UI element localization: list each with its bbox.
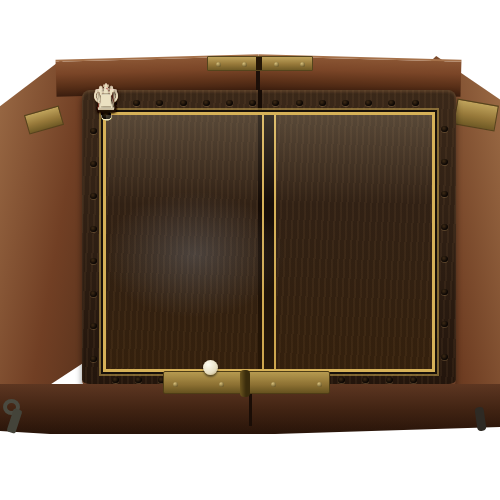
frame-peg-hole xyxy=(112,377,119,383)
screw-icon xyxy=(173,382,178,387)
frame-peg-hole xyxy=(441,191,448,197)
frame-peg-hole xyxy=(342,100,349,106)
bone-rook[interactable]: ♜ xyxy=(94,87,118,114)
frame-peg-hole xyxy=(272,100,279,106)
bone-knob[interactable] xyxy=(203,360,218,375)
frame-peg-hole xyxy=(90,161,97,167)
frame-peg-hole xyxy=(441,321,448,327)
frame-peg-hole xyxy=(338,377,345,383)
frame-peg-hole xyxy=(319,100,326,106)
frame-peg-hole xyxy=(249,100,256,106)
chess-board[interactable]: ♜♟♟♜♞♟♟♞♝♟♟♝♛♟♟♛♚♟♟♚♝♟♟♝♞♟♟♞♜♟♟♜ xyxy=(103,112,435,372)
screw-icon xyxy=(219,382,224,387)
frame-peg-hole xyxy=(441,224,448,230)
photo-of-travel-chess-set: ♜♟♟♜♞♟♟♞♝♟♟♝♛♟♟♛♚♟♟♚♝♟♟♝♞♟♟♞♜♟♟♜ xyxy=(0,0,500,500)
frame-peg-hole xyxy=(441,159,448,165)
hinge-gap xyxy=(256,57,262,70)
screw-icon xyxy=(216,62,221,67)
screw-icon xyxy=(242,62,247,67)
screw-icon xyxy=(300,62,305,67)
frame-peg-hole xyxy=(441,256,448,262)
screw-icon xyxy=(271,382,276,387)
frame-peg-hole xyxy=(441,354,448,360)
frame-peg-hole xyxy=(226,100,233,106)
screw-icon xyxy=(317,382,322,387)
frame-peg-hole xyxy=(90,258,97,264)
frame-peg-hole xyxy=(441,126,448,132)
board-frame: ♜♟♟♜♞♟♟♞♝♟♟♝♛♟♟♛♚♟♟♚♝♟♟♝♞♟♟♞♜♟♟♜ xyxy=(82,90,456,388)
frame-peg-hole xyxy=(203,100,210,106)
frame-peg-hole xyxy=(156,100,163,106)
frame-peg-hole xyxy=(90,128,97,134)
frame-peg-hole xyxy=(90,226,97,232)
latch-hinge-knuckle xyxy=(240,370,250,397)
frame-peg-hole xyxy=(441,289,448,295)
frame-peg-hole xyxy=(180,100,187,106)
frame-peg-hole xyxy=(90,291,97,297)
fold-seam-board xyxy=(262,115,276,369)
frame-peg-hole xyxy=(388,100,395,106)
frame-peg-hole xyxy=(90,193,97,199)
frame-peg-hole xyxy=(296,100,303,106)
frame-peg-hole xyxy=(90,323,97,329)
frame-peg-hole xyxy=(133,100,140,106)
frame-peg-hole xyxy=(365,100,372,106)
brass-latch-plate xyxy=(163,371,330,394)
brass-hinge-icon xyxy=(207,56,313,71)
frame-peg-hole xyxy=(362,377,369,383)
frame-peg-hole xyxy=(135,377,142,383)
frame-peg-hole xyxy=(386,377,393,383)
frame-peg-hole xyxy=(412,100,419,106)
frame-peg-hole xyxy=(410,377,417,383)
frame-peg-hole xyxy=(90,356,97,362)
screw-icon xyxy=(274,62,279,67)
